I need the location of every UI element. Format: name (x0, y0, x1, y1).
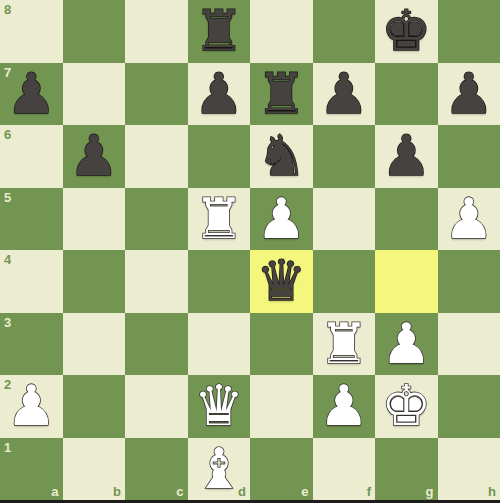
square-e4[interactable]: ♛ (250, 250, 313, 313)
square-e8[interactable] (250, 0, 313, 63)
square-a2[interactable]: 2♟ (0, 375, 63, 438)
black-pawn[interactable]: ♟ (188, 63, 251, 126)
square-b2[interactable] (63, 375, 126, 438)
square-f3[interactable]: ♜ (313, 313, 376, 376)
square-h3[interactable] (438, 313, 500, 376)
black-pawn[interactable]: ♟ (0, 63, 63, 126)
square-f7[interactable]: ♟ (313, 63, 376, 126)
square-d8[interactable]: ♜ (188, 0, 251, 63)
black-knight[interactable]: ♞ (250, 125, 313, 188)
square-e6[interactable]: ♞ (250, 125, 313, 188)
square-b8[interactable] (63, 0, 126, 63)
black-pawn[interactable]: ♟ (313, 63, 376, 126)
rank-label-1: 1 (4, 441, 11, 454)
square-f4[interactable] (313, 250, 376, 313)
square-e2[interactable] (250, 375, 313, 438)
square-a7[interactable]: 7♟ (0, 63, 63, 126)
black-rook[interactable]: ♜ (250, 63, 313, 126)
black-queen[interactable]: ♛ (250, 250, 313, 313)
square-h7[interactable]: ♟ (438, 63, 500, 126)
white-rook[interactable]: ♜ (313, 313, 376, 376)
square-h4[interactable] (438, 250, 500, 313)
square-d4[interactable] (188, 250, 251, 313)
white-queen[interactable]: ♛ (188, 375, 251, 438)
square-d6[interactable] (188, 125, 251, 188)
white-pawn[interactable]: ♟ (438, 188, 500, 251)
square-d2[interactable]: ♛ (188, 375, 251, 438)
square-b1[interactable]: b (63, 438, 126, 501)
white-pawn[interactable]: ♟ (0, 375, 63, 438)
chess-board: 8♜♚7♟♟♜♟♟6♟♞♟5♜♟♟4♛3♜♟2♟♛♟♚1abcd♝efgh (0, 0, 500, 500)
black-pawn[interactable]: ♟ (438, 63, 500, 126)
square-d1[interactable]: d♝ (188, 438, 251, 501)
square-b6[interactable]: ♟ (63, 125, 126, 188)
rank-label-5: 5 (4, 191, 11, 204)
rank-label-4: 4 (4, 253, 11, 266)
square-g3[interactable]: ♟ (375, 313, 438, 376)
square-g2[interactable]: ♚ (375, 375, 438, 438)
square-c1[interactable]: c (125, 438, 188, 501)
file-label-a: a (51, 485, 58, 498)
square-e3[interactable] (250, 313, 313, 376)
square-g4[interactable] (375, 250, 438, 313)
square-a5[interactable]: 5 (0, 188, 63, 251)
square-f5[interactable] (313, 188, 376, 251)
square-g7[interactable] (375, 63, 438, 126)
square-f2[interactable]: ♟ (313, 375, 376, 438)
file-label-h: h (488, 485, 496, 498)
square-f6[interactable] (313, 125, 376, 188)
square-c4[interactable] (125, 250, 188, 313)
square-e5[interactable]: ♟ (250, 188, 313, 251)
file-label-c: c (176, 485, 183, 498)
square-e1[interactable]: e (250, 438, 313, 501)
file-label-e: e (301, 485, 308, 498)
black-king[interactable]: ♚ (375, 0, 438, 63)
square-e7[interactable]: ♜ (250, 63, 313, 126)
square-c5[interactable] (125, 188, 188, 251)
square-h5[interactable]: ♟ (438, 188, 500, 251)
chess-app-stage: 8♜♚7♟♟♜♟♟6♟♞♟5♜♟♟4♛3♜♟2♟♛♟♚1abcd♝efgh (0, 0, 500, 503)
file-label-g: g (426, 485, 434, 498)
square-f1[interactable]: f (313, 438, 376, 501)
square-b4[interactable] (63, 250, 126, 313)
square-a1[interactable]: 1a (0, 438, 63, 501)
square-b7[interactable] (63, 63, 126, 126)
square-a3[interactable]: 3 (0, 313, 63, 376)
square-h2[interactable] (438, 375, 500, 438)
square-a6[interactable]: 6 (0, 125, 63, 188)
square-g5[interactable] (375, 188, 438, 251)
square-b5[interactable] (63, 188, 126, 251)
square-g6[interactable]: ♟ (375, 125, 438, 188)
square-d7[interactable]: ♟ (188, 63, 251, 126)
black-pawn[interactable]: ♟ (375, 125, 438, 188)
square-h8[interactable] (438, 0, 500, 63)
square-f8[interactable] (313, 0, 376, 63)
square-c8[interactable] (125, 0, 188, 63)
black-rook[interactable]: ♜ (188, 0, 251, 63)
square-a4[interactable]: 4 (0, 250, 63, 313)
square-b3[interactable] (63, 313, 126, 376)
square-g1[interactable]: g (375, 438, 438, 501)
square-c7[interactable] (125, 63, 188, 126)
square-c3[interactable] (125, 313, 188, 376)
square-c6[interactable] (125, 125, 188, 188)
white-pawn[interactable]: ♟ (250, 188, 313, 251)
file-label-f: f (367, 485, 371, 498)
square-a8[interactable]: 8 (0, 0, 63, 63)
square-h1[interactable]: h (438, 438, 500, 501)
file-label-b: b (113, 485, 121, 498)
white-king[interactable]: ♚ (375, 375, 438, 438)
rank-label-3: 3 (4, 316, 11, 329)
white-bishop[interactable]: ♝ (188, 438, 251, 501)
square-d3[interactable] (188, 313, 251, 376)
square-h6[interactable] (438, 125, 500, 188)
square-d5[interactable]: ♜ (188, 188, 251, 251)
white-rook[interactable]: ♜ (188, 188, 251, 251)
square-g8[interactable]: ♚ (375, 0, 438, 63)
white-pawn[interactable]: ♟ (313, 375, 376, 438)
black-pawn[interactable]: ♟ (63, 125, 126, 188)
square-c2[interactable] (125, 375, 188, 438)
rank-label-8: 8 (4, 3, 11, 16)
white-pawn[interactable]: ♟ (375, 313, 438, 376)
rank-label-6: 6 (4, 128, 11, 141)
